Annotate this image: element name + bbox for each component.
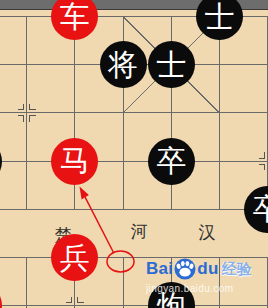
baidu-logo-text-bai: Bai: [146, 259, 173, 279]
watermark-url: jingyan.baidu.com: [146, 283, 252, 294]
move-from-circle: [107, 251, 134, 272]
baidu-watermark: Bai du 经验 jingyan.baidu.com: [146, 257, 252, 294]
baidu-paw-icon: [174, 258, 196, 280]
baidu-logo-text-du: du: [197, 259, 218, 279]
baidu-jingyan-text: 经验: [222, 260, 252, 279]
xiangqi-board[interactable]: 楚 河 汉 车士将士马卒卒兵炮 Bai du 经验 jingyan.baidu.…: [0, 0, 268, 308]
move-arrow-line: [85, 197, 113, 252]
baidu-logo: Bai du 经验: [146, 257, 252, 281]
move-arrow-head: [80, 187, 89, 200]
